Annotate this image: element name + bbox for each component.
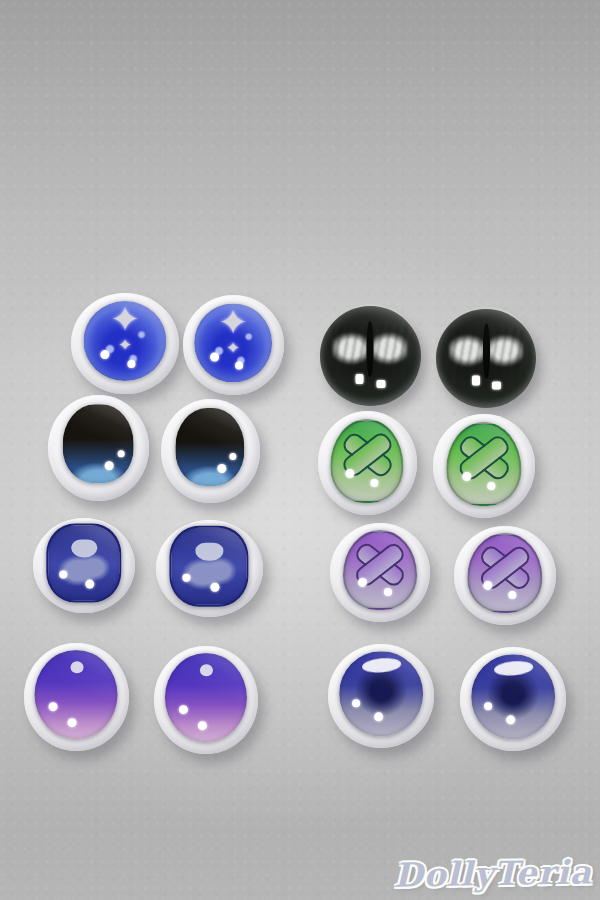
watermark-dollyteria: DollyTeria	[394, 852, 593, 894]
pale-center-blob	[71, 540, 97, 558]
green-x-eye-right	[433, 414, 535, 518]
star-sparkle-icon: ✦	[227, 341, 240, 356]
green-x-eye-left	[318, 411, 417, 515]
purple-x-eye-right	[454, 526, 556, 625]
dark-cat-eye-left	[320, 306, 421, 406]
crescent-highlight	[361, 656, 401, 673]
dot-highlight	[200, 664, 213, 677]
navy-night-eye-left	[328, 644, 434, 748]
star-sparkle-icon: ✦	[111, 302, 140, 336]
navy-heart-eye-left	[33, 518, 135, 613]
dot-highlight	[70, 661, 83, 674]
blue-sparkle-eye-left: ✦✦	[71, 293, 179, 394]
navy-fade-eye-right	[161, 399, 260, 503]
star-sparkle-icon: ✦	[119, 339, 132, 354]
crescent-highlight	[493, 659, 533, 676]
navy-heart-eye-right	[156, 520, 263, 617]
navy-fade-eye-left	[48, 395, 149, 501]
navy-night-eye-right	[460, 647, 566, 751]
violet-sunset-eye-right	[154, 646, 258, 754]
purple-x-eye-left	[330, 523, 430, 622]
pale-center-blob	[195, 542, 223, 560]
violet-sunset-eye-left	[24, 643, 129, 751]
dark-cat-eye-right	[436, 309, 536, 408]
photo-doll-eyes: ✦✦✦✦ DollyTeria	[0, 0, 600, 900]
blue-sparkle-eye-right: ✦✦	[183, 295, 284, 395]
star-sparkle-icon: ✦	[219, 304, 248, 338]
